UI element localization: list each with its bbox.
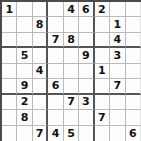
cell-r6c5[interactable] bbox=[64, 79, 79, 94]
cell-r6c9[interactable] bbox=[126, 79, 141, 94]
cell-r9c5[interactable]: 5 bbox=[64, 126, 79, 141]
cell-r2c7[interactable] bbox=[95, 17, 110, 32]
cell-r4c7[interactable] bbox=[95, 48, 110, 63]
cell-r1c9[interactable] bbox=[126, 2, 141, 17]
cell-r5c7[interactable]: 1 bbox=[95, 64, 110, 79]
cell-r2c6[interactable] bbox=[79, 17, 94, 32]
cell-r3c1[interactable] bbox=[2, 33, 17, 48]
cell-r4c4[interactable] bbox=[48, 48, 63, 63]
cell-r7c2[interactable]: 2 bbox=[17, 95, 32, 110]
cell-r1c6[interactable]: 6 bbox=[79, 2, 94, 17]
cell-r7c9[interactable] bbox=[126, 95, 141, 110]
cell-r4c3[interactable] bbox=[33, 48, 48, 63]
cell-r6c8[interactable]: 7 bbox=[110, 79, 125, 94]
cell-r3c8[interactable]: 4 bbox=[110, 33, 125, 48]
cell-r5c4[interactable] bbox=[48, 64, 63, 79]
cell-r4c6[interactable]: 9 bbox=[79, 48, 94, 63]
cell-r8c9[interactable] bbox=[126, 110, 141, 125]
cell-r7c7[interactable] bbox=[95, 95, 110, 110]
cell-r6c3[interactable] bbox=[33, 79, 48, 94]
cell-r1c2[interactable] bbox=[17, 2, 32, 17]
cell-r8c6[interactable] bbox=[79, 110, 94, 125]
cell-r6c2[interactable]: 9 bbox=[17, 79, 32, 94]
cell-r3c4[interactable]: 7 bbox=[48, 33, 63, 48]
cell-r1c4[interactable] bbox=[48, 2, 63, 17]
cell-r2c1[interactable] bbox=[2, 17, 17, 32]
cell-r8c8[interactable] bbox=[110, 110, 125, 125]
cell-r4c2[interactable]: 5 bbox=[17, 48, 32, 63]
cell-r8c5[interactable] bbox=[64, 110, 79, 125]
cell-r5c1[interactable] bbox=[2, 64, 17, 79]
cell-r4c1[interactable] bbox=[2, 48, 17, 63]
cell-r7c5[interactable]: 7 bbox=[64, 95, 79, 110]
cell-r4c9[interactable] bbox=[126, 48, 141, 63]
cell-r2c5[interactable] bbox=[64, 17, 79, 32]
cell-r5c5[interactable] bbox=[64, 64, 79, 79]
cell-r2c4[interactable] bbox=[48, 17, 63, 32]
sudoku-board: 14628178459341967273877456 bbox=[0, 0, 141, 141]
cell-r2c8[interactable]: 1 bbox=[110, 17, 125, 32]
cell-r6c7[interactable] bbox=[95, 79, 110, 94]
cell-r9c9[interactable]: 6 bbox=[126, 126, 141, 141]
cell-r5c2[interactable] bbox=[17, 64, 32, 79]
cell-r1c1[interactable]: 1 bbox=[2, 2, 17, 17]
cell-r7c1[interactable] bbox=[2, 95, 17, 110]
cell-r9c8[interactable] bbox=[110, 126, 125, 141]
cell-r1c8[interactable] bbox=[110, 2, 125, 17]
cell-r3c6[interactable] bbox=[79, 33, 94, 48]
cell-r8c3[interactable] bbox=[33, 110, 48, 125]
cell-r3c7[interactable] bbox=[95, 33, 110, 48]
cell-r7c6[interactable]: 3 bbox=[79, 95, 94, 110]
cell-r1c3[interactable] bbox=[33, 2, 48, 17]
cell-r2c3[interactable]: 8 bbox=[33, 17, 48, 32]
cell-r7c8[interactable] bbox=[110, 95, 125, 110]
cell-r8c7[interactable]: 7 bbox=[95, 110, 110, 125]
cell-r3c5[interactable]: 8 bbox=[64, 33, 79, 48]
cell-r9c3[interactable]: 7 bbox=[33, 126, 48, 141]
cell-r3c9[interactable] bbox=[126, 33, 141, 48]
cell-r1c7[interactable]: 2 bbox=[95, 2, 110, 17]
cell-r5c8[interactable] bbox=[110, 64, 125, 79]
cell-r5c9[interactable] bbox=[126, 64, 141, 79]
cell-r6c1[interactable] bbox=[2, 79, 17, 94]
cell-r8c2[interactable]: 8 bbox=[17, 110, 32, 125]
cell-r1c5[interactable]: 4 bbox=[64, 2, 79, 17]
cell-r8c4[interactable] bbox=[48, 110, 63, 125]
cell-r4c5[interactable] bbox=[64, 48, 79, 63]
cell-r6c6[interactable] bbox=[79, 79, 94, 94]
cell-r8c1[interactable] bbox=[2, 110, 17, 125]
cell-r9c7[interactable] bbox=[95, 126, 110, 141]
cell-r4c8[interactable]: 3 bbox=[110, 48, 125, 63]
cell-r7c4[interactable] bbox=[48, 95, 63, 110]
cell-r5c3[interactable]: 4 bbox=[33, 64, 48, 79]
cell-r3c2[interactable] bbox=[17, 33, 32, 48]
cell-r9c1[interactable] bbox=[2, 126, 17, 141]
cell-r2c9[interactable] bbox=[126, 17, 141, 32]
cell-r9c2[interactable] bbox=[17, 126, 32, 141]
cell-r9c6[interactable] bbox=[79, 126, 94, 141]
cell-r6c4[interactable]: 6 bbox=[48, 79, 63, 94]
cell-r7c3[interactable] bbox=[33, 95, 48, 110]
cell-r5c6[interactable] bbox=[79, 64, 94, 79]
cell-r2c2[interactable] bbox=[17, 17, 32, 32]
cell-r9c4[interactable]: 4 bbox=[48, 126, 63, 141]
cell-r3c3[interactable] bbox=[33, 33, 48, 48]
